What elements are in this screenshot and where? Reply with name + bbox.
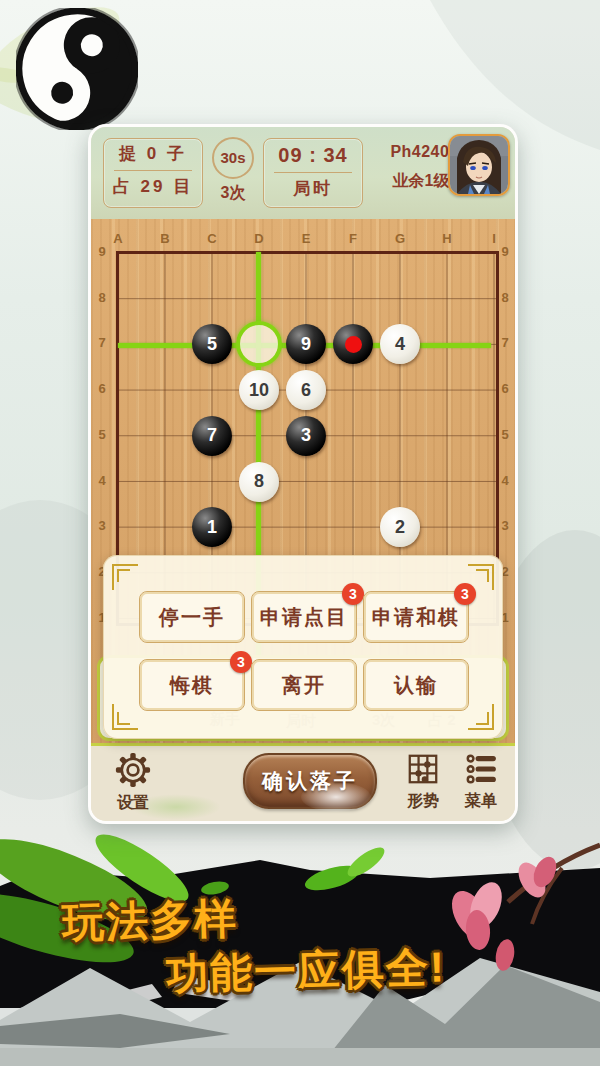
divider [274,172,352,173]
stone-black-move-7: 7 [192,416,232,456]
main-time-value: 09 : 34 [264,139,362,171]
byoyomi-timer: 30s 3次 [209,135,257,204]
dialog-button[interactable]: 申请和棋3 [363,591,469,643]
row-label: 6 [94,381,110,396]
row-label: 7 [94,335,110,350]
column-label: C [202,231,222,246]
confirm-move-button[interactable]: 确认落子 [243,753,377,809]
row-label: 8 [497,290,513,305]
top-info-bar: 提 0 子 占 29 目 30s 3次 09 : 34 局时 Ph4240559… [91,127,515,219]
dialog-button[interactable]: 离开 [251,659,357,711]
territory-line: 占 29 目 [104,172,202,202]
last-move-marker [345,336,362,353]
dialog-button-label: 申请点目 [260,604,348,631]
notification-badge: 3 [342,583,364,605]
row-label: 6 [497,381,513,396]
bottom-toolbar: 设置 确认落子 形势 [91,743,515,824]
column-label: D [249,231,269,246]
menu-list-icon [464,772,498,789]
dialog-button-label: 离开 [282,672,326,699]
game-menu-dialog: 停一手申请点目3申请和棋3悔棋3离开认输 [103,555,503,739]
yinyang-icon [16,8,138,130]
divider [114,170,192,171]
notification-badge: 3 [230,651,252,673]
promo-headline-line2: 功能一应俱全! [165,939,446,1002]
column-label: H [437,231,457,246]
dialog-button-label: 停一手 [159,604,225,631]
row-label: 3 [94,518,110,533]
dialog-button[interactable]: 停一手 [139,591,245,643]
row-label: 5 [497,427,513,442]
dialog-button-label: 认输 [394,672,438,699]
corner-ornament [112,704,138,730]
settings-label: 设置 [101,793,165,814]
byoyomi-time: 30s [212,137,254,179]
player-rank: 业余1级 [393,171,450,192]
situation-button[interactable]: 形势 [391,752,455,812]
captures-line: 提 0 子 [104,139,202,169]
row-label: 8 [94,290,110,305]
column-label: E [296,231,316,246]
stone-white-move-8: 8 [239,462,279,502]
row-label: 9 [497,244,513,259]
stone-black-move-1: 1 [192,507,232,547]
column-label: B [155,231,175,246]
menu-label: 菜单 [449,791,513,812]
stone-white-move-2: 2 [380,507,420,547]
gear-icon [115,774,151,791]
row-label: 7 [497,335,513,350]
stone-white-move-6: 6 [286,370,326,410]
row-label: 4 [94,473,110,488]
dialog-button[interactable]: 认输 [363,659,469,711]
row-label: 3 [497,518,513,533]
main-time-label: 局时 [264,174,362,204]
dialog-button-label: 悔棋 [170,672,214,699]
corner-ornament [112,564,138,590]
main-time-box: 09 : 34 局时 [263,138,363,208]
player-avatar[interactable] [448,134,510,196]
corner-ornament [468,704,494,730]
dialog-button[interactable]: 悔棋3 [139,659,245,711]
menu-button[interactable]: 菜单 [449,752,513,812]
byoyomi-periods: 3次 [209,183,257,204]
stone-black-move-3: 3 [286,416,326,456]
row-label: 9 [94,244,110,259]
mini-board-icon [406,772,440,789]
game-panel: 提 0 子 占 29 目 30s 3次 09 : 34 局时 Ph4240559… [88,124,518,824]
column-label: A [108,231,128,246]
column-label: G [390,231,410,246]
stone-white-move-10: 10 [239,370,279,410]
capture-territory-box: 提 0 子 占 29 目 [103,138,203,208]
column-label: F [343,231,363,246]
row-label: 5 [94,427,110,442]
dialog-button[interactable]: 申请点目3 [251,591,357,643]
dialog-button-label: 申请和棋 [372,604,460,631]
notification-badge: 3 [454,583,476,605]
promo-headline-line1: 玩法多样 [61,891,238,952]
row-label: 4 [497,473,513,488]
settings-button[interactable]: 设置 [101,752,165,814]
situation-label: 形势 [391,791,455,812]
